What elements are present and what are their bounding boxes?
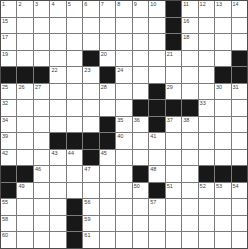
white-cell-r11c7[interactable]: [100, 166, 115, 182]
white-cell-r13c9[interactable]: [133, 199, 148, 215]
clue-number: 58: [2, 216, 8, 223]
white-cell-r1c10[interactable]: 10: [149, 1, 164, 17]
white-cell-r15c2[interactable]: [17, 232, 32, 248]
white-cell-r3c2[interactable]: [17, 34, 32, 50]
white-cell-r2c13[interactable]: [199, 18, 214, 34]
white-cell-r6c2[interactable]: 26: [17, 84, 32, 100]
clue-number: 55: [2, 199, 8, 206]
white-cell-r8c14[interactable]: [215, 117, 230, 133]
black-cell-r12c1: [1, 183, 16, 199]
white-cell-r3c13[interactable]: [199, 34, 214, 50]
clue-number: 27: [35, 84, 41, 91]
white-cell-r4c3[interactable]: [34, 51, 49, 67]
white-cell-r15c10[interactable]: [149, 232, 164, 248]
white-cell-r14c7[interactable]: [100, 216, 115, 232]
black-cell-r11c1: [1, 166, 16, 182]
black-cell-r7c9: [133, 100, 148, 116]
clue-number: 49: [18, 183, 24, 190]
white-cell-r2c6[interactable]: [83, 18, 98, 34]
clue-number: 38: [183, 117, 189, 124]
clue-number: 23: [84, 67, 90, 74]
black-cell-r11c15: [232, 166, 247, 182]
clue-number: 52: [200, 183, 206, 190]
white-cell-r9c14[interactable]: [215, 133, 230, 149]
white-cell-r3c5[interactable]: [67, 34, 82, 50]
clue-number: 24: [117, 67, 123, 74]
white-cell-r5c6[interactable]: 23: [83, 67, 98, 83]
white-cell-r11c6[interactable]: 47: [83, 166, 98, 182]
white-cell-r5c8[interactable]: 24: [116, 67, 131, 83]
white-cell-r15c8[interactable]: [116, 232, 131, 248]
clue-number: 59: [84, 216, 90, 223]
white-cell-r4c1[interactable]: 19: [1, 51, 16, 67]
white-cell-r3c8[interactable]: [116, 34, 131, 50]
white-cell-r2c7[interactable]: [100, 18, 115, 34]
black-cell-r11c2: [17, 166, 32, 182]
white-cell-r1c15[interactable]: 14: [232, 1, 247, 17]
white-cell-r1c6[interactable]: 6: [83, 1, 98, 17]
clue-number: 56: [84, 199, 90, 206]
white-cell-r10c13[interactable]: [199, 150, 214, 166]
clue-number: 40: [117, 133, 123, 140]
clue-number: 18: [183, 34, 189, 41]
white-cell-r3c15[interactable]: [232, 34, 247, 50]
clue-number: 8: [117, 1, 120, 8]
white-cell-r14c10[interactable]: [149, 216, 164, 232]
clue-number: 11: [183, 1, 189, 8]
white-cell-r1c12[interactable]: 11: [182, 1, 197, 17]
white-cell-r7c7[interactable]: [100, 100, 115, 116]
black-cell-r12c10: [149, 183, 164, 199]
black-cell-r3c11: [166, 34, 181, 50]
black-cell-r9c4: [50, 133, 65, 149]
white-cell-r15c12[interactable]: [182, 232, 197, 248]
white-cell-r12c2[interactable]: 49: [17, 183, 32, 199]
white-cell-r9c12[interactable]: [182, 133, 197, 149]
white-cell-r4c2[interactable]: [17, 51, 32, 67]
white-cell-r2c8[interactable]: [116, 18, 131, 34]
white-cell-r2c2[interactable]: [17, 18, 32, 34]
white-cell-r10c10[interactable]: [149, 150, 164, 166]
clue-number: 7: [101, 1, 104, 8]
white-cell-r7c13[interactable]: 33: [199, 100, 214, 116]
white-cell-r6c3[interactable]: 27: [34, 84, 49, 100]
white-cell-r2c1[interactable]: 15: [1, 18, 16, 34]
white-cell-r11c11[interactable]: [166, 166, 181, 182]
white-cell-r10c8[interactable]: [116, 150, 131, 166]
white-cell-r4c10[interactable]: [149, 51, 164, 67]
white-cell-r12c5[interactable]: [67, 183, 82, 199]
black-cell-r1c11: [166, 1, 181, 17]
white-cell-r9c9[interactable]: [133, 133, 148, 149]
clue-number: 16: [183, 18, 189, 25]
clue-number: 4: [51, 1, 54, 8]
black-cell-r7c12: [182, 100, 197, 116]
white-cell-r14c8[interactable]: [116, 216, 131, 232]
white-cell-r5c9[interactable]: [133, 67, 148, 83]
white-cell-r8c4[interactable]: [50, 117, 65, 133]
clue-number: 45: [101, 150, 107, 157]
clue-number: 39: [2, 133, 8, 140]
white-cell-r12c6[interactable]: [83, 183, 98, 199]
clue-number: 32: [2, 100, 8, 107]
black-cell-r6c10: [149, 84, 164, 100]
white-cell-r13c7[interactable]: [100, 199, 115, 215]
white-cell-r5c12[interactable]: [182, 67, 197, 83]
clue-number: 5: [68, 1, 71, 8]
white-cell-r1c1[interactable]: 1: [1, 1, 16, 17]
black-cell-r11c9: [133, 166, 148, 182]
white-cell-r15c3[interactable]: [34, 232, 49, 248]
clue-number: 26: [18, 84, 24, 91]
white-cell-r4c11[interactable]: 21: [166, 51, 181, 67]
clue-number: 6: [84, 1, 87, 8]
clue-number: 3: [35, 1, 38, 8]
white-cell-r6c9[interactable]: [133, 84, 148, 100]
clue-number: 19: [2, 51, 8, 58]
white-cell-r7c4[interactable]: [50, 100, 65, 116]
clue-number: 37: [167, 117, 173, 124]
white-cell-r1c3[interactable]: 3: [34, 1, 49, 17]
white-cell-r10c1[interactable]: 42: [1, 150, 16, 166]
white-cell-r13c6[interactable]: 56: [83, 199, 98, 215]
clue-number: 31: [233, 84, 239, 91]
white-cell-r13c8[interactable]: [116, 199, 131, 215]
white-cell-r9c15[interactable]: [232, 133, 247, 149]
white-cell-r13c12[interactable]: [182, 199, 197, 215]
white-cell-r3c7[interactable]: [100, 34, 115, 50]
white-cell-r7c14[interactable]: [215, 100, 230, 116]
clue-number: 47: [84, 166, 90, 173]
white-cell-r12c3[interactable]: [34, 183, 49, 199]
white-cell-r4c14[interactable]: [215, 51, 230, 67]
white-cell-r13c4[interactable]: [50, 199, 65, 215]
white-cell-r2c10[interactable]: [149, 18, 164, 34]
black-cell-r5c7: [100, 67, 115, 83]
white-cell-r5c13[interactable]: [199, 67, 214, 83]
white-cell-r3c12[interactable]: 18: [182, 34, 197, 50]
black-cell-r9c7: [100, 133, 115, 149]
clue-number: 43: [51, 150, 57, 157]
clue-number: 17: [2, 34, 8, 41]
white-cell-r12c13[interactable]: 52: [199, 183, 214, 199]
white-cell-r9c13[interactable]: [199, 133, 214, 149]
white-cell-r6c4[interactable]: [50, 84, 65, 100]
white-cell-r10c7[interactable]: 45: [100, 150, 115, 166]
white-cell-r15c13[interactable]: [199, 232, 214, 248]
white-cell-r10c3[interactable]: [34, 150, 49, 166]
black-cell-r5c3: [34, 67, 49, 83]
white-cell-r4c7[interactable]: 20: [100, 51, 115, 67]
white-cell-r12c14[interactable]: 53: [215, 183, 230, 199]
white-cell-r4c8[interactable]: [116, 51, 131, 67]
crossword-grid: 1234567891011121314151617181920212223242…: [0, 0, 248, 249]
clue-number: 34: [2, 117, 8, 124]
clue-number: 28: [101, 84, 107, 91]
black-cell-r10c6: [83, 150, 98, 166]
white-cell-r11c5[interactable]: [67, 166, 82, 182]
white-cell-r3c3[interactable]: [34, 34, 49, 50]
black-cell-r9c6: [83, 133, 98, 149]
white-cell-r15c9[interactable]: [133, 232, 148, 248]
black-cell-r9c5: [67, 133, 82, 149]
black-cell-r4c6: [83, 51, 98, 67]
white-cell-r10c14[interactable]: [215, 150, 230, 166]
white-cell-r3c1[interactable]: 17: [1, 34, 16, 50]
clue-number: 33: [200, 100, 206, 107]
clue-number: 51: [167, 183, 173, 190]
clue-number: 54: [233, 183, 239, 190]
white-cell-r12c15[interactable]: 54: [232, 183, 247, 199]
clue-number: 2: [18, 1, 21, 8]
white-cell-r4c5[interactable]: [67, 51, 82, 67]
black-cell-r11c13: [199, 166, 214, 182]
white-cell-r9c2[interactable]: [17, 133, 32, 149]
white-cell-r13c10[interactable]: 57: [149, 199, 164, 215]
white-cell-r14c3[interactable]: [34, 216, 49, 232]
white-cell-r15c7[interactable]: [100, 232, 115, 248]
white-cell-r15c15[interactable]: [232, 232, 247, 248]
black-cell-r13c5: [67, 199, 82, 215]
black-cell-r7c11: [166, 100, 181, 116]
white-cell-r11c3[interactable]: 46: [34, 166, 49, 182]
clue-number: 35: [117, 117, 123, 124]
white-cell-r12c9[interactable]: 50: [133, 183, 148, 199]
clue-number: 57: [150, 199, 156, 206]
black-cell-r11c14: [215, 166, 230, 182]
black-cell-r5c15: [232, 67, 247, 83]
white-cell-r8c9[interactable]: 36: [133, 117, 148, 133]
white-cell-r14c2[interactable]: [17, 216, 32, 232]
white-cell-r7c3[interactable]: [34, 100, 49, 116]
white-cell-r1c8[interactable]: 8: [116, 1, 131, 17]
white-cell-r2c14[interactable]: [215, 18, 230, 34]
white-cell-r3c10[interactable]: [149, 34, 164, 50]
clue-number: 61: [84, 232, 90, 239]
white-cell-r6c13[interactable]: [199, 84, 214, 100]
black-cell-r4c15: [232, 51, 247, 67]
white-cell-r15c4[interactable]: [50, 232, 65, 248]
white-cell-r15c11[interactable]: [166, 232, 181, 248]
white-cell-r7c1[interactable]: 32: [1, 100, 16, 116]
white-cell-r10c11[interactable]: [166, 150, 181, 166]
white-cell-r14c11[interactable]: [166, 216, 181, 232]
clue-number: 48: [150, 166, 156, 173]
white-cell-r1c5[interactable]: 5: [67, 1, 82, 17]
white-cell-r14c14[interactable]: [215, 216, 230, 232]
white-cell-r10c2[interactable]: [17, 150, 32, 166]
white-cell-r13c15[interactable]: [232, 199, 247, 215]
white-cell-r10c15[interactable]: [232, 150, 247, 166]
white-cell-r2c15[interactable]: [232, 18, 247, 34]
white-cell-r8c13[interactable]: [199, 117, 214, 133]
white-cell-r14c9[interactable]: [133, 216, 148, 232]
white-cell-r14c1[interactable]: 58: [1, 216, 16, 232]
white-cell-r12c4[interactable]: [50, 183, 65, 199]
white-cell-r11c12[interactable]: [182, 166, 197, 182]
white-cell-r7c6[interactable]: [83, 100, 98, 116]
clue-number: 50: [134, 183, 140, 190]
black-cell-r8c7: [100, 117, 115, 133]
white-cell-r7c15[interactable]: [232, 100, 247, 116]
white-cell-r13c13[interactable]: [199, 199, 214, 215]
white-cell-r12c7[interactable]: [100, 183, 115, 199]
white-cell-r9c10[interactable]: 41: [149, 133, 164, 149]
white-cell-r12c12[interactable]: [182, 183, 197, 199]
white-cell-r3c14[interactable]: [215, 34, 230, 50]
white-cell-r6c14[interactable]: 30: [215, 84, 230, 100]
white-cell-r10c4[interactable]: 43: [50, 150, 65, 166]
white-cell-r1c14[interactable]: 13: [215, 1, 230, 17]
white-cell-r2c3[interactable]: [34, 18, 49, 34]
white-cell-r1c2[interactable]: 2: [17, 1, 32, 17]
black-cell-r5c2: [17, 67, 32, 83]
white-cell-r8c8[interactable]: 35: [116, 117, 131, 133]
white-cell-r15c1[interactable]: 60: [1, 232, 16, 248]
white-cell-r7c5[interactable]: [67, 100, 82, 116]
clue-number: 9: [134, 1, 137, 8]
white-cell-r6c1[interactable]: 25: [1, 84, 16, 100]
white-cell-r11c10[interactable]: 48: [149, 166, 164, 182]
black-cell-r2c11: [166, 18, 181, 34]
clue-number: 41: [150, 133, 156, 140]
black-cell-r5c14: [215, 67, 230, 83]
clue-number: 30: [216, 84, 222, 91]
white-cell-r12c8[interactable]: [116, 183, 131, 199]
white-cell-r1c13[interactable]: 12: [199, 1, 214, 17]
white-cell-r6c5[interactable]: [67, 84, 82, 100]
clue-number: 44: [68, 150, 74, 157]
white-cell-r13c1[interactable]: 55: [1, 199, 16, 215]
clue-number: 53: [216, 183, 222, 190]
white-cell-r2c9[interactable]: [133, 18, 148, 34]
white-cell-r8c11[interactable]: 37: [166, 117, 181, 133]
clue-number: 21: [167, 51, 173, 58]
clue-number: 60: [2, 232, 8, 239]
clue-number: 14: [233, 1, 239, 8]
clue-number: 15: [2, 18, 8, 25]
white-cell-r4c9[interactable]: [133, 51, 148, 67]
white-cell-r14c12[interactable]: [182, 216, 197, 232]
white-cell-r6c7[interactable]: 28: [100, 84, 115, 100]
white-cell-r6c15[interactable]: 31: [232, 84, 247, 100]
white-cell-r9c3[interactable]: [34, 133, 49, 149]
white-cell-r13c2[interactable]: [17, 199, 32, 215]
black-cell-r8c10: [149, 117, 164, 133]
white-cell-r15c14[interactable]: [215, 232, 230, 248]
white-cell-r5c5[interactable]: [67, 67, 82, 83]
white-cell-r5c11[interactable]: [166, 67, 181, 83]
white-cell-r15c6[interactable]: 61: [83, 232, 98, 248]
black-cell-r7c10: [149, 100, 164, 116]
white-cell-r4c13[interactable]: [199, 51, 214, 67]
white-cell-r6c11[interactable]: 29: [166, 84, 181, 100]
white-cell-r13c11[interactable]: [166, 199, 181, 215]
white-cell-r8c6[interactable]: [83, 117, 98, 133]
white-cell-r7c2[interactable]: [17, 100, 32, 116]
white-cell-r5c4[interactable]: 22: [50, 67, 65, 83]
white-cell-r6c8[interactable]: [116, 84, 131, 100]
clue-number: 10: [150, 1, 156, 8]
white-cell-r14c13[interactable]: [199, 216, 214, 232]
white-cell-r5c10[interactable]: [149, 67, 164, 83]
white-cell-r11c4[interactable]: [50, 166, 65, 182]
white-cell-r12c11[interactable]: 51: [166, 183, 181, 199]
white-cell-r9c1[interactable]: 39: [1, 133, 16, 149]
clue-number: 42: [2, 150, 8, 157]
white-cell-r1c7[interactable]: 7: [100, 1, 115, 17]
clue-number: 20: [101, 51, 107, 58]
white-cell-r1c9[interactable]: 9: [133, 1, 148, 17]
white-cell-r9c11[interactable]: [166, 133, 181, 149]
white-cell-r6c12[interactable]: [182, 84, 197, 100]
white-cell-r8c2[interactable]: [17, 117, 32, 133]
white-cell-r2c4[interactable]: [50, 18, 65, 34]
white-cell-r8c12[interactable]: 38: [182, 117, 197, 133]
white-cell-r4c12[interactable]: [182, 51, 197, 67]
white-cell-r14c6[interactable]: 59: [83, 216, 98, 232]
clue-number: 29: [167, 84, 173, 91]
white-cell-r1c4[interactable]: 4: [50, 1, 65, 17]
black-cell-r5c1: [1, 67, 16, 83]
white-cell-r10c5[interactable]: 44: [67, 150, 82, 166]
white-cell-r7c8[interactable]: [116, 100, 131, 116]
white-cell-r6c6[interactable]: [83, 84, 98, 100]
clue-number: 25: [2, 84, 8, 91]
white-cell-r3c9[interactable]: [133, 34, 148, 50]
white-cell-r8c1[interactable]: 34: [1, 117, 16, 133]
white-cell-r13c14[interactable]: [215, 199, 230, 215]
white-cell-r10c12[interactable]: [182, 150, 197, 166]
white-cell-r2c12[interactable]: 16: [182, 18, 197, 34]
white-cell-r3c6[interactable]: [83, 34, 98, 50]
clue-number: 46: [35, 166, 41, 173]
white-cell-r9c8[interactable]: 40: [116, 133, 131, 149]
white-cell-r4c4[interactable]: [50, 51, 65, 67]
white-cell-r8c15[interactable]: [232, 117, 247, 133]
black-cell-r15c5: [67, 232, 82, 248]
black-cell-r14c5: [67, 216, 82, 232]
white-cell-r3c4[interactable]: [50, 34, 65, 50]
white-cell-r2c5[interactable]: [67, 18, 82, 34]
white-cell-r11c8[interactable]: [116, 166, 131, 182]
white-cell-r8c3[interactable]: [34, 117, 49, 133]
white-cell-r8c5[interactable]: [67, 117, 82, 133]
white-cell-r10c9[interactable]: [133, 150, 148, 166]
white-cell-r14c15[interactable]: [232, 216, 247, 232]
clue-number: 36: [134, 117, 140, 124]
clue-number: 1: [2, 1, 5, 8]
clue-number: 13: [216, 1, 222, 8]
clue-number: 12: [200, 1, 206, 8]
white-cell-r13c3[interactable]: [34, 199, 49, 215]
clue-number: 22: [51, 67, 57, 74]
white-cell-r14c4[interactable]: [50, 216, 65, 232]
